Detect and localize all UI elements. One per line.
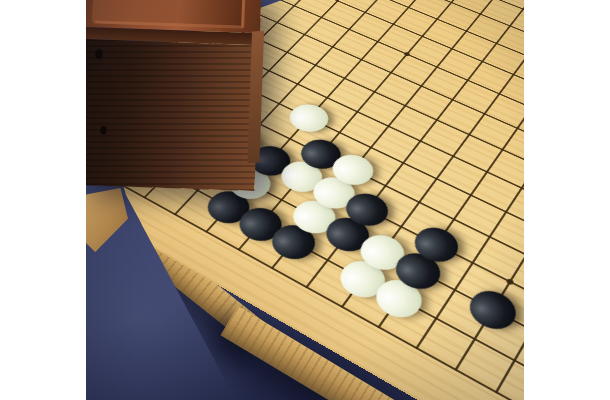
box-front-panel <box>86 39 260 191</box>
table-wood-wedge <box>86 188 128 252</box>
photo-page: ○○●○●○●○●●○○○●●○○○●●● <box>0 0 610 400</box>
stone-bowl-box <box>86 0 261 191</box>
go-photo: ○○●○●○●○●●○○○●●○○○●●● <box>86 0 524 400</box>
